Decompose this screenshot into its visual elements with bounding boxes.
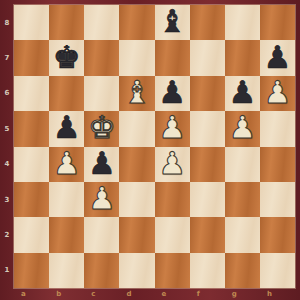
file-label-g: g xyxy=(225,288,260,300)
white-pawn[interactable]: ♟ xyxy=(53,148,81,179)
square-d3[interactable] xyxy=(119,182,154,217)
square-f4[interactable] xyxy=(190,147,225,182)
square-c2[interactable] xyxy=(84,217,119,252)
square-e3[interactable] xyxy=(155,182,190,217)
file-label-c: c xyxy=(84,288,119,300)
square-h1[interactable] xyxy=(260,253,295,288)
rank-label-8: 8 xyxy=(0,5,14,40)
white-pawn[interactable]: ♟ xyxy=(88,183,116,214)
white-king[interactable]: ♚ xyxy=(88,112,116,143)
file-labels: abcdefgh xyxy=(14,288,295,300)
square-e6[interactable]: ♟ xyxy=(155,76,190,111)
rank-label-5: 5 xyxy=(0,111,14,146)
square-h4[interactable] xyxy=(260,147,295,182)
square-c5[interactable]: ♚ xyxy=(84,111,119,146)
square-a2[interactable] xyxy=(14,217,49,252)
square-h8[interactable] xyxy=(260,5,295,40)
square-g6[interactable]: ♟ xyxy=(225,76,260,111)
square-g7[interactable] xyxy=(225,40,260,75)
square-f3[interactable] xyxy=(190,182,225,217)
square-h7[interactable]: ♟ xyxy=(260,40,295,75)
square-e2[interactable] xyxy=(155,217,190,252)
square-a7[interactable] xyxy=(14,40,49,75)
square-a6[interactable] xyxy=(14,76,49,111)
black-king[interactable]: ♚ xyxy=(53,42,81,73)
white-pawn[interactable]: ♟ xyxy=(228,112,256,143)
square-c7[interactable] xyxy=(84,40,119,75)
rank-label-4: 4 xyxy=(0,147,14,182)
rank-labels: 87654321 xyxy=(0,5,14,288)
file-label-d: d xyxy=(119,288,154,300)
white-pawn[interactable]: ♟ xyxy=(158,112,186,143)
square-f7[interactable] xyxy=(190,40,225,75)
square-f1[interactable] xyxy=(190,253,225,288)
file-label-f: f xyxy=(190,288,225,300)
file-label-a: a xyxy=(14,288,49,300)
square-b5[interactable]: ♟ xyxy=(49,111,84,146)
square-a4[interactable] xyxy=(14,147,49,182)
black-pawn[interactable]: ♟ xyxy=(88,148,116,179)
rank-label-6: 6 xyxy=(0,76,14,111)
square-c3[interactable]: ♟ xyxy=(84,182,119,217)
square-g3[interactable] xyxy=(225,182,260,217)
square-g1[interactable] xyxy=(225,253,260,288)
square-e5[interactable]: ♟ xyxy=(155,111,190,146)
square-b6[interactable] xyxy=(49,76,84,111)
square-h5[interactable] xyxy=(260,111,295,146)
file-label-e: e xyxy=(155,288,190,300)
black-pawn[interactable]: ♟ xyxy=(158,77,186,108)
square-d5[interactable] xyxy=(119,111,154,146)
chess-board-frame: 87654321 ♝♚♟♝♟♟♟♟♚♟♟♟♟♟♟ abcdefgh xyxy=(0,0,300,300)
square-e7[interactable] xyxy=(155,40,190,75)
square-d1[interactable] xyxy=(119,253,154,288)
square-e8[interactable]: ♝ xyxy=(155,5,190,40)
square-d6[interactable]: ♝ xyxy=(119,76,154,111)
square-d4[interactable] xyxy=(119,147,154,182)
square-b8[interactable] xyxy=(49,5,84,40)
square-a8[interactable] xyxy=(14,5,49,40)
rank-label-3: 3 xyxy=(0,182,14,217)
square-e4[interactable]: ♟ xyxy=(155,147,190,182)
square-b2[interactable] xyxy=(49,217,84,252)
square-c6[interactable] xyxy=(84,76,119,111)
square-d7[interactable] xyxy=(119,40,154,75)
square-e1[interactable] xyxy=(155,253,190,288)
square-a1[interactable] xyxy=(14,253,49,288)
square-g2[interactable] xyxy=(225,217,260,252)
black-pawn[interactable]: ♟ xyxy=(228,77,256,108)
square-h6[interactable]: ♟ xyxy=(260,76,295,111)
black-bishop[interactable]: ♝ xyxy=(158,6,186,37)
square-c4[interactable]: ♟ xyxy=(84,147,119,182)
square-a5[interactable] xyxy=(14,111,49,146)
square-h3[interactable] xyxy=(260,182,295,217)
rank-label-1: 1 xyxy=(0,253,14,288)
square-g5[interactable]: ♟ xyxy=(225,111,260,146)
square-b4[interactable]: ♟ xyxy=(49,147,84,182)
square-d2[interactable] xyxy=(119,217,154,252)
square-f5[interactable] xyxy=(190,111,225,146)
square-b3[interactable] xyxy=(49,182,84,217)
square-b1[interactable] xyxy=(49,253,84,288)
black-pawn[interactable]: ♟ xyxy=(264,42,292,73)
file-label-h: h xyxy=(260,288,295,300)
square-a3[interactable] xyxy=(14,182,49,217)
chess-board: ♝♚♟♝♟♟♟♟♚♟♟♟♟♟♟ xyxy=(14,5,295,288)
square-f8[interactable] xyxy=(190,5,225,40)
square-f6[interactable] xyxy=(190,76,225,111)
white-bishop[interactable]: ♝ xyxy=(123,77,151,108)
rank-label-2: 2 xyxy=(0,217,14,252)
square-c8[interactable] xyxy=(84,5,119,40)
white-pawn[interactable]: ♟ xyxy=(158,148,186,179)
square-h2[interactable] xyxy=(260,217,295,252)
square-c1[interactable] xyxy=(84,253,119,288)
square-g4[interactable] xyxy=(225,147,260,182)
square-g8[interactable] xyxy=(225,5,260,40)
square-b7[interactable]: ♚ xyxy=(49,40,84,75)
square-d8[interactable] xyxy=(119,5,154,40)
black-pawn[interactable]: ♟ xyxy=(53,112,81,143)
white-pawn[interactable]: ♟ xyxy=(264,77,292,108)
rank-label-7: 7 xyxy=(0,40,14,75)
file-label-b: b xyxy=(49,288,84,300)
square-f2[interactable] xyxy=(190,217,225,252)
